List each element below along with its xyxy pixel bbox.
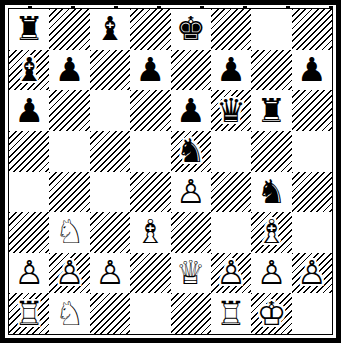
square-c1[interactable] (90, 293, 130, 334)
top-border-ticks (8, 6, 333, 9)
square-f8[interactable] (211, 9, 251, 50)
square-b3[interactable]: ♞♘ (49, 212, 89, 253)
square-h8[interactable] (292, 9, 332, 50)
square-a2[interactable]: ♟♙ (9, 253, 49, 294)
piece-white-rook-icon: ♜♖ (212, 295, 250, 333)
square-f2[interactable]: ♟♙ (211, 253, 251, 294)
square-g4[interactable]: ♞ (251, 172, 291, 213)
piece-black-rook-icon: ♜ (10, 10, 48, 48)
square-b8[interactable] (49, 9, 89, 50)
square-a4[interactable] (9, 172, 49, 213)
piece-white-bishop-icon: ♝♗ (131, 213, 169, 251)
square-h7[interactable]: ♟ (292, 50, 332, 91)
piece-black-pawn-icon: ♟ (10, 92, 48, 130)
square-a3[interactable] (9, 212, 49, 253)
square-g7[interactable] (251, 50, 291, 91)
square-e2[interactable]: ♛♕ (171, 253, 211, 294)
piece-white-pawn-icon: ♟♙ (293, 254, 331, 292)
piece-black-bishop-icon: ♝ (91, 10, 129, 48)
piece-black-knight-icon: ♞ (172, 132, 210, 170)
square-a5[interactable] (9, 131, 49, 172)
square-f4[interactable] (211, 172, 251, 213)
piece-white-pawn-icon: ♟♙ (212, 254, 250, 292)
square-e7[interactable] (171, 50, 211, 91)
square-h5[interactable] (292, 131, 332, 172)
square-d2[interactable] (130, 253, 170, 294)
square-e6[interactable]: ♟ (171, 90, 211, 131)
square-c6[interactable] (90, 90, 130, 131)
piece-white-pawn-icon: ♟♙ (10, 254, 48, 292)
square-d1[interactable] (130, 293, 170, 334)
piece-black-pawn-icon: ♟ (172, 92, 210, 130)
square-c7[interactable] (90, 50, 130, 91)
square-e1[interactable] (171, 293, 211, 334)
chess-diagram: ♜♝♚♝♟♟♟♟♟♟♛♜♞♟♙♞♞♘♝♗♝♗♟♙♟♙♟♙♛♕♟♙♟♙♟♙♜♖♞♘… (0, 0, 341, 343)
piece-white-queen-icon: ♛♕ (172, 254, 210, 292)
piece-white-king-icon: ♚♔ (252, 295, 290, 333)
square-f7[interactable]: ♟ (211, 50, 251, 91)
square-a7[interactable]: ♝ (9, 50, 49, 91)
piece-black-pawn-icon: ♟ (212, 51, 250, 89)
piece-black-bishop-icon: ♝ (10, 51, 48, 89)
square-c2[interactable]: ♟♙ (90, 253, 130, 294)
piece-black-king-icon: ♚ (172, 10, 210, 48)
square-a8[interactable]: ♜ (9, 9, 49, 50)
square-b7[interactable]: ♟ (49, 50, 89, 91)
square-f1[interactable]: ♜♖ (211, 293, 251, 334)
board-frame: ♜♝♚♝♟♟♟♟♟♟♛♜♞♟♙♞♞♘♝♗♝♗♟♙♟♙♟♙♛♕♟♙♟♙♟♙♜♖♞♘… (0, 0, 341, 343)
square-f3[interactable] (211, 212, 251, 253)
square-d3[interactable]: ♝♗ (130, 212, 170, 253)
piece-white-pawn-icon: ♟♙ (252, 254, 290, 292)
square-d8[interactable] (130, 9, 170, 50)
piece-black-queen-icon: ♛ (212, 92, 250, 130)
piece-black-rook-icon: ♜ (252, 92, 290, 130)
square-e5[interactable]: ♞ (171, 131, 211, 172)
square-c8[interactable]: ♝ (90, 9, 130, 50)
chess-board: ♜♝♚♝♟♟♟♟♟♟♛♜♞♟♙♞♞♘♝♗♝♗♟♙♟♙♟♙♛♕♟♙♟♙♟♙♜♖♞♘… (8, 8, 333, 335)
piece-white-knight-icon: ♞♘ (51, 295, 89, 333)
square-g2[interactable]: ♟♙ (251, 253, 291, 294)
piece-black-pawn-icon: ♟ (51, 51, 89, 89)
piece-white-pawn-icon: ♟♙ (51, 254, 89, 292)
square-h1[interactable] (292, 293, 332, 334)
square-b4[interactable] (49, 172, 89, 213)
square-g1[interactable]: ♚♔ (251, 293, 291, 334)
square-g5[interactable] (251, 131, 291, 172)
square-d5[interactable] (130, 131, 170, 172)
square-b5[interactable] (49, 131, 89, 172)
square-a6[interactable]: ♟ (9, 90, 49, 131)
piece-black-pawn-icon: ♟ (131, 51, 169, 89)
square-c3[interactable] (90, 212, 130, 253)
square-h3[interactable] (292, 212, 332, 253)
square-b1[interactable]: ♞♘ (49, 293, 89, 334)
square-f6[interactable]: ♛ (211, 90, 251, 131)
piece-white-bishop-icon: ♝♗ (252, 213, 290, 251)
square-a1[interactable]: ♜♖ (9, 293, 49, 334)
square-e8[interactable]: ♚ (171, 9, 211, 50)
square-e4[interactable]: ♟♙ (171, 172, 211, 213)
square-h2[interactable]: ♟♙ (292, 253, 332, 294)
piece-white-pawn-icon: ♟♙ (172, 173, 210, 211)
square-h6[interactable] (292, 90, 332, 131)
square-d6[interactable] (130, 90, 170, 131)
square-e3[interactable] (171, 212, 211, 253)
square-d4[interactable] (130, 172, 170, 213)
piece-white-knight-icon: ♞♘ (51, 213, 89, 251)
piece-black-pawn-icon: ♟ (293, 51, 331, 89)
piece-black-knight-icon: ♞ (252, 173, 290, 211)
square-g6[interactable]: ♜ (251, 90, 291, 131)
piece-white-rook-icon: ♜♖ (10, 295, 48, 333)
square-b2[interactable]: ♟♙ (49, 253, 89, 294)
square-b6[interactable] (49, 90, 89, 131)
piece-white-pawn-icon: ♟♙ (91, 254, 129, 292)
square-g3[interactable]: ♝♗ (251, 212, 291, 253)
square-c4[interactable] (90, 172, 130, 213)
square-h4[interactable] (292, 172, 332, 213)
square-f5[interactable] (211, 131, 251, 172)
square-c5[interactable] (90, 131, 130, 172)
square-d7[interactable]: ♟ (130, 50, 170, 91)
square-g8[interactable] (251, 9, 291, 50)
